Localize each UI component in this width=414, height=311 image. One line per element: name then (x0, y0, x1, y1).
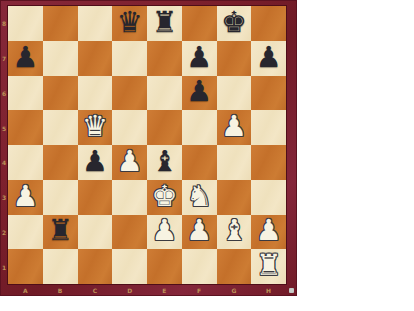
square-c2[interactable] (78, 215, 113, 250)
file-label-g: G (224, 287, 244, 294)
square-c8[interactable] (78, 6, 113, 41)
square-f5[interactable] (182, 110, 217, 145)
rank-label-2: 2 (0, 229, 8, 236)
piece-white-pawn[interactable]: ♟ (186, 216, 212, 245)
square-g7[interactable] (217, 41, 252, 76)
square-d8[interactable]: ♛ (112, 6, 147, 41)
file-label-f: F (189, 287, 209, 294)
piece-white-knight[interactable]: ♞ (186, 182, 212, 211)
square-b4[interactable] (43, 145, 78, 180)
piece-black-pawn[interactable]: ♟ (12, 43, 38, 72)
screenshot-canvas: ♛♜♚♟♟♟♟♛♟♟♟♝♟♚♞♜♟♟♝♟♜ 87654321ABCDEFGH (0, 0, 414, 311)
file-label-d: D (120, 287, 140, 294)
square-f6[interactable]: ♟ (182, 76, 217, 111)
side-to-move-indicator (289, 288, 294, 293)
square-d1[interactable] (112, 249, 147, 284)
square-a8[interactable] (8, 6, 43, 41)
piece-black-pawn[interactable]: ♟ (82, 147, 108, 176)
piece-white-pawn[interactable]: ♟ (117, 147, 143, 176)
square-f4[interactable] (182, 145, 217, 180)
square-f3[interactable]: ♞ (182, 180, 217, 215)
rank-label-3: 3 (0, 194, 8, 201)
square-c7[interactable] (78, 41, 113, 76)
square-g5[interactable]: ♟ (217, 110, 252, 145)
rank-label-6: 6 (0, 90, 8, 97)
file-label-c: C (85, 287, 105, 294)
square-h8[interactable] (251, 6, 286, 41)
square-h3[interactable] (251, 180, 286, 215)
square-g2[interactable]: ♝ (217, 215, 252, 250)
piece-black-pawn[interactable]: ♟ (186, 77, 212, 106)
square-a3[interactable]: ♟ (8, 180, 43, 215)
piece-black-bishop[interactable]: ♝ (151, 147, 177, 176)
file-label-a: A (15, 287, 35, 294)
rank-label-7: 7 (0, 55, 8, 62)
piece-black-rook[interactable]: ♜ (47, 216, 73, 245)
square-d3[interactable] (112, 180, 147, 215)
square-e6[interactable] (147, 76, 182, 111)
square-e3[interactable]: ♚ (147, 180, 182, 215)
file-label-h: H (259, 287, 279, 294)
piece-black-pawn[interactable]: ♟ (186, 43, 212, 72)
rank-label-5: 5 (0, 125, 8, 132)
square-e7[interactable] (147, 41, 182, 76)
piece-white-king[interactable]: ♚ (151, 182, 177, 211)
piece-white-queen[interactable]: ♛ (82, 112, 108, 141)
square-a7[interactable]: ♟ (8, 41, 43, 76)
square-a2[interactable] (8, 215, 43, 250)
square-g1[interactable] (217, 249, 252, 284)
square-h6[interactable] (251, 76, 286, 111)
square-b6[interactable] (43, 76, 78, 111)
square-a1[interactable] (8, 249, 43, 284)
square-c4[interactable]: ♟ (78, 145, 113, 180)
piece-white-pawn[interactable]: ♟ (256, 216, 282, 245)
piece-black-king[interactable]: ♚ (221, 8, 247, 37)
square-b1[interactable] (43, 249, 78, 284)
chess-board-frame: ♛♜♚♟♟♟♟♛♟♟♟♝♟♚♞♜♟♟♝♟♜ 87654321ABCDEFGH (0, 0, 297, 296)
square-c1[interactable] (78, 249, 113, 284)
square-b8[interactable] (43, 6, 78, 41)
square-c6[interactable] (78, 76, 113, 111)
piece-white-pawn[interactable]: ♟ (12, 182, 38, 211)
square-b5[interactable] (43, 110, 78, 145)
square-g6[interactable] (217, 76, 252, 111)
piece-white-rook[interactable]: ♜ (256, 251, 282, 280)
square-d4[interactable]: ♟ (112, 145, 147, 180)
square-e1[interactable] (147, 249, 182, 284)
square-a5[interactable] (8, 110, 43, 145)
square-f2[interactable]: ♟ (182, 215, 217, 250)
square-d6[interactable] (112, 76, 147, 111)
chess-board[interactable]: ♛♜♚♟♟♟♟♛♟♟♟♝♟♚♞♜♟♟♝♟♜ (8, 6, 286, 284)
square-c3[interactable] (78, 180, 113, 215)
square-b3[interactable] (43, 180, 78, 215)
piece-black-pawn[interactable]: ♟ (256, 43, 282, 72)
square-h5[interactable] (251, 110, 286, 145)
piece-black-queen[interactable]: ♛ (117, 8, 143, 37)
square-e5[interactable] (147, 110, 182, 145)
square-f8[interactable] (182, 6, 217, 41)
rank-label-4: 4 (0, 159, 8, 166)
square-d7[interactable] (112, 41, 147, 76)
square-e8[interactable]: ♜ (147, 6, 182, 41)
square-d5[interactable] (112, 110, 147, 145)
square-e2[interactable]: ♟ (147, 215, 182, 250)
square-f1[interactable] (182, 249, 217, 284)
square-h7[interactable]: ♟ (251, 41, 286, 76)
square-a4[interactable] (8, 145, 43, 180)
piece-white-pawn[interactable]: ♟ (221, 112, 247, 141)
square-a6[interactable] (8, 76, 43, 111)
square-c5[interactable]: ♛ (78, 110, 113, 145)
square-h1[interactable]: ♜ (251, 249, 286, 284)
square-h2[interactable]: ♟ (251, 215, 286, 250)
square-g8[interactable]: ♚ (217, 6, 252, 41)
square-h4[interactable] (251, 145, 286, 180)
piece-white-bishop[interactable]: ♝ (221, 216, 247, 245)
square-d2[interactable] (112, 215, 147, 250)
square-e4[interactable]: ♝ (147, 145, 182, 180)
rank-label-8: 8 (0, 20, 8, 27)
square-b2[interactable]: ♜ (43, 215, 78, 250)
rank-label-1: 1 (0, 264, 8, 271)
square-g3[interactable] (217, 180, 252, 215)
square-b7[interactable] (43, 41, 78, 76)
piece-white-pawn[interactable]: ♟ (151, 216, 177, 245)
piece-black-rook[interactable]: ♜ (151, 8, 177, 37)
square-f7[interactable]: ♟ (182, 41, 217, 76)
file-label-e: E (154, 287, 174, 294)
square-g4[interactable] (217, 145, 252, 180)
file-label-b: B (50, 287, 70, 294)
